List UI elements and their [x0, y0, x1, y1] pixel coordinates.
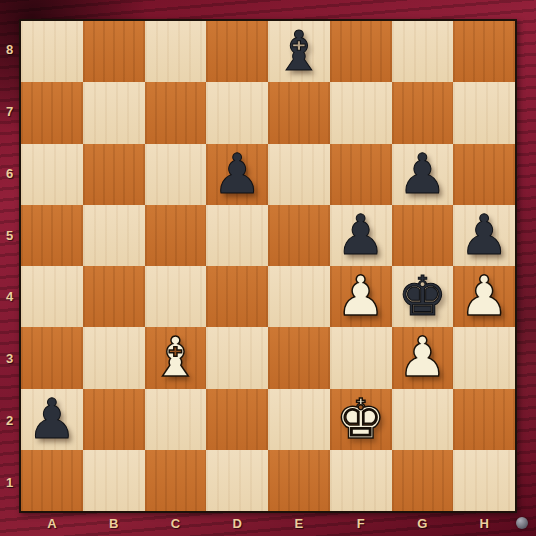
square-g1[interactable]: [392, 450, 454, 511]
square-f2[interactable]: ♚: [330, 389, 392, 450]
square-h2[interactable]: [453, 389, 515, 450]
square-b8[interactable]: [83, 21, 145, 82]
square-h7[interactable]: [453, 82, 515, 143]
piece-white-pawn-f4[interactable]: ♟: [336, 269, 385, 324]
square-e6[interactable]: [268, 144, 330, 205]
square-d8[interactable]: [206, 21, 268, 82]
square-h4[interactable]: ♟: [453, 266, 515, 327]
square-b4[interactable]: [83, 266, 145, 327]
rank-label-4: 4: [0, 266, 19, 328]
square-f1[interactable]: [330, 450, 392, 511]
rank-label-2: 2: [0, 390, 19, 452]
square-d1[interactable]: [206, 450, 268, 511]
piece-white-king-f2[interactable]: ♚: [336, 392, 385, 447]
square-e2[interactable]: [268, 389, 330, 450]
square-e8[interactable]: ♝: [268, 21, 330, 82]
square-b6[interactable]: [83, 144, 145, 205]
square-e5[interactable]: [268, 205, 330, 266]
square-g6[interactable]: ♟: [392, 144, 454, 205]
square-h5[interactable]: ♟: [453, 205, 515, 266]
square-c2[interactable]: [145, 389, 207, 450]
file-label-d: D: [206, 513, 268, 534]
square-e4[interactable]: [268, 266, 330, 327]
rank-labels: 87654321: [0, 19, 19, 513]
square-d5[interactable]: [206, 205, 268, 266]
piece-black-pawn-g6[interactable]: ♟: [398, 147, 447, 202]
file-label-a: A: [21, 513, 83, 534]
square-f6[interactable]: [330, 144, 392, 205]
square-h6[interactable]: [453, 144, 515, 205]
square-b2[interactable]: [83, 389, 145, 450]
square-d4[interactable]: [206, 266, 268, 327]
square-f4[interactable]: ♟: [330, 266, 392, 327]
square-g3[interactable]: ♟: [392, 327, 454, 388]
square-b7[interactable]: [83, 82, 145, 143]
square-c8[interactable]: [145, 21, 207, 82]
rank-label-6: 6: [0, 143, 19, 205]
square-c3[interactable]: ♝: [145, 327, 207, 388]
square-f8[interactable]: [330, 21, 392, 82]
square-g5[interactable]: [392, 205, 454, 266]
square-g4[interactable]: ♚: [392, 266, 454, 327]
square-e3[interactable]: [268, 327, 330, 388]
square-d2[interactable]: [206, 389, 268, 450]
square-a2[interactable]: ♟: [21, 389, 83, 450]
file-label-h: H: [453, 513, 515, 534]
square-h1[interactable]: [453, 450, 515, 511]
square-c7[interactable]: [145, 82, 207, 143]
rank-label-5: 5: [0, 204, 19, 266]
square-f7[interactable]: [330, 82, 392, 143]
square-c4[interactable]: [145, 266, 207, 327]
piece-black-pawn-a2[interactable]: ♟: [27, 392, 76, 447]
square-g7[interactable]: [392, 82, 454, 143]
file-labels: ABCDEFGH: [21, 513, 515, 534]
square-a4[interactable]: [21, 266, 83, 327]
square-h3[interactable]: [453, 327, 515, 388]
square-f3[interactable]: [330, 327, 392, 388]
square-a3[interactable]: [21, 327, 83, 388]
piece-black-bishop-e8[interactable]: ♝: [274, 24, 323, 79]
square-g2[interactable]: [392, 389, 454, 450]
square-b1[interactable]: [83, 450, 145, 511]
square-g8[interactable]: [392, 21, 454, 82]
rank-label-7: 7: [0, 81, 19, 143]
rank-label-1: 1: [0, 451, 19, 513]
chess-board[interactable]: ♝♟♟♟♟♟♚♟♝♟♟♚: [19, 19, 517, 513]
square-b3[interactable]: [83, 327, 145, 388]
file-label-e: E: [268, 513, 330, 534]
square-a8[interactable]: [21, 21, 83, 82]
file-label-g: G: [392, 513, 454, 534]
file-label-b: B: [83, 513, 145, 534]
square-a1[interactable]: [21, 450, 83, 511]
square-c1[interactable]: [145, 450, 207, 511]
square-e1[interactable]: [268, 450, 330, 511]
square-e7[interactable]: [268, 82, 330, 143]
rank-label-8: 8: [0, 19, 19, 81]
square-d6[interactable]: ♟: [206, 144, 268, 205]
square-c5[interactable]: [145, 205, 207, 266]
piece-black-king-g4[interactable]: ♚: [398, 269, 447, 324]
piece-white-bishop-c3[interactable]: ♝: [151, 330, 200, 385]
square-d3[interactable]: [206, 327, 268, 388]
piece-white-pawn-h4[interactable]: ♟: [459, 269, 508, 324]
square-a6[interactable]: [21, 144, 83, 205]
square-b5[interactable]: [83, 205, 145, 266]
file-label-f: F: [330, 513, 392, 534]
square-f5[interactable]: ♟: [330, 205, 392, 266]
piece-black-pawn-f5[interactable]: ♟: [336, 208, 385, 263]
square-a5[interactable]: [21, 205, 83, 266]
rank-label-3: 3: [0, 328, 19, 390]
piece-white-pawn-g3[interactable]: ♟: [398, 330, 447, 385]
square-a7[interactable]: [21, 82, 83, 143]
piece-black-pawn-d6[interactable]: ♟: [212, 147, 261, 202]
piece-black-pawn-h5[interactable]: ♟: [459, 208, 508, 263]
square-h8[interactable]: [453, 21, 515, 82]
square-d7[interactable]: [206, 82, 268, 143]
corner-dot: [516, 517, 528, 529]
chess-board-frame: ♝♟♟♟♟♟♚♟♝♟♟♚ 87654321 ABCDEFGH: [0, 0, 536, 536]
file-label-c: C: [145, 513, 207, 534]
square-c6[interactable]: [145, 144, 207, 205]
